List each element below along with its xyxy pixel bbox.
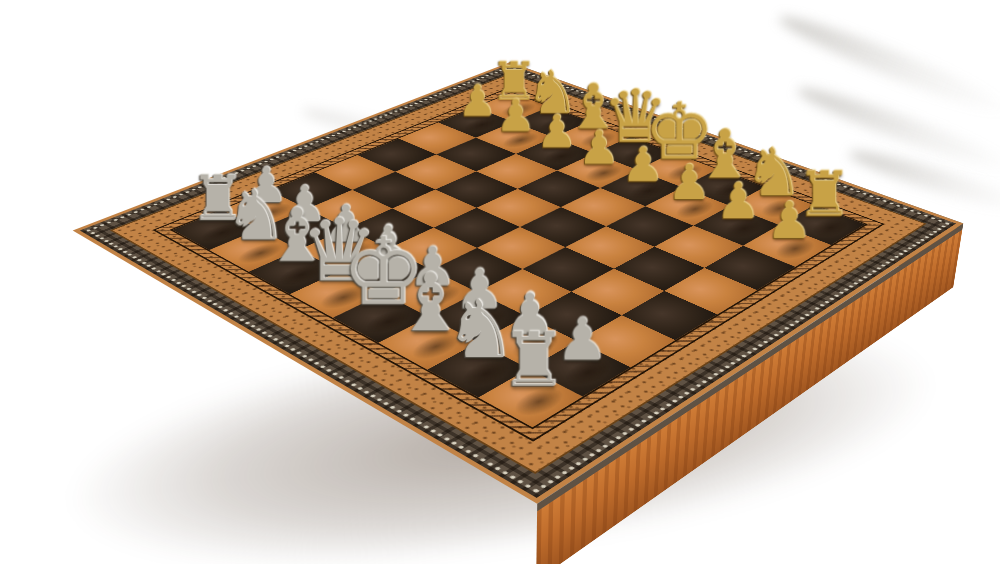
product-photo-stage: ♜♟♟♜♞♟♟♞♝♟♟♝♛♟♟♛♚♟♟♚♝♟♟♝♞♟♟♞♜♟♟♜ [0, 0, 1000, 564]
pawn-glyph: ♟ [728, 195, 851, 246]
piece-silver-rook[interactable]: ♜ [460, 323, 605, 398]
case-top: ♜♟♟♜♞♟♟♞♝♟♟♝♛♟♟♛♚♟♟♚♝♟♟♝♞♟♟♞♜♟♟♜ [73, 62, 964, 504]
rook-glyph: ♜ [460, 323, 605, 398]
leather-chess-case: ♜♟♟♜♞♟♟♞♝♟♟♝♛♟♟♛♚♟♟♚♝♟♟♝♞♟♟♞♜♟♟♜ [73, 62, 964, 504]
piece-gold-pawn[interactable]: ♟ [728, 195, 851, 246]
scene: ♜♟♟♜♞♟♟♞♝♟♟♝♛♟♟♛♚♟♟♚♝♟♟♝♞♟♟♞♜♟♟♜ [0, 0, 1000, 564]
